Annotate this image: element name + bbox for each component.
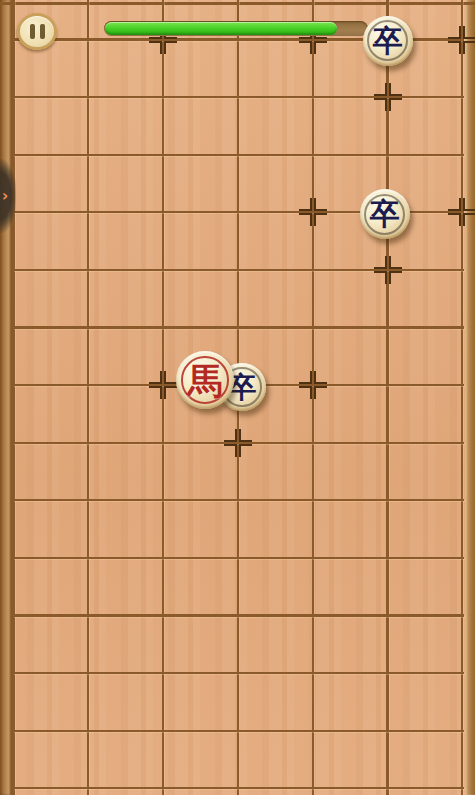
pieces-layer: 卒卒卒馬 <box>0 0 475 795</box>
red-horse[interactable]: 馬 <box>176 351 234 409</box>
pause-icon <box>40 24 45 39</box>
pause-icon <box>30 24 35 39</box>
pause-button[interactable] <box>17 13 57 50</box>
side-drawer-handle[interactable]: › <box>0 159 16 233</box>
game-screen: 卒卒卒馬 › <box>0 0 475 795</box>
chevron-right-icon: › <box>2 189 8 204</box>
black-soldier-top[interactable]: 卒 <box>363 16 413 66</box>
black-soldier-mid[interactable]: 卒 <box>360 189 410 239</box>
